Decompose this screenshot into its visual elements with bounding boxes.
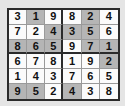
cell-r3c5[interactable]: 7 xyxy=(82,40,100,55)
cell-r6c3[interactable]: 2 xyxy=(45,84,63,99)
sudoku-screen: 319824724356865971678192143765952438 xyxy=(0,0,125,106)
cell-r5c4[interactable]: 7 xyxy=(63,69,81,84)
cell-r5c1[interactable]: 1 xyxy=(9,69,27,84)
cell-r4c6[interactable]: 2 xyxy=(100,54,118,69)
cell-r6c5[interactable]: 3 xyxy=(82,84,100,99)
cell-r1c4[interactable]: 8 xyxy=(63,10,81,25)
cell-r4c4[interactable]: 1 xyxy=(63,54,81,69)
cell-r2c3[interactable]: 4 xyxy=(45,25,63,40)
cell-r6c1[interactable]: 9 xyxy=(9,84,27,99)
cell-r1c3[interactable]: 9 xyxy=(45,10,63,25)
cell-r5c3[interactable]: 3 xyxy=(45,69,63,84)
cell-r3c4[interactable]: 9 xyxy=(63,40,81,55)
cell-r1c5[interactable]: 2 xyxy=(82,10,100,25)
cell-r4c2[interactable]: 7 xyxy=(27,54,45,69)
cell-r2c1[interactable]: 7 xyxy=(9,25,27,40)
cell-r6c6[interactable]: 8 xyxy=(100,84,118,99)
cell-r1c2[interactable]: 1 xyxy=(27,10,45,25)
cell-r3c1[interactable]: 8 xyxy=(9,40,27,55)
cell-r4c3[interactable]: 8 xyxy=(45,54,63,69)
cell-r2c5[interactable]: 5 xyxy=(82,25,100,40)
sudoku-board: 319824724356865971678192143765952438 xyxy=(7,8,120,101)
cell-r2c4[interactable]: 3 xyxy=(63,25,81,40)
cell-r6c4[interactable]: 4 xyxy=(63,84,81,99)
cell-r5c6[interactable]: 5 xyxy=(100,69,118,84)
cell-r4c5[interactable]: 9 xyxy=(82,54,100,69)
cell-r1c1[interactable]: 3 xyxy=(9,10,27,25)
cell-r1c6[interactable]: 4 xyxy=(100,10,118,25)
cell-r3c2[interactable]: 6 xyxy=(27,40,45,55)
cell-r6c2[interactable]: 5 xyxy=(27,84,45,99)
cell-r4c1[interactable]: 6 xyxy=(9,54,27,69)
cell-r3c6[interactable]: 1 xyxy=(100,40,118,55)
cell-r2c6[interactable]: 6 xyxy=(100,25,118,40)
cell-r5c5[interactable]: 6 xyxy=(82,69,100,84)
cell-r2c2[interactable]: 2 xyxy=(27,25,45,40)
cell-r5c2[interactable]: 4 xyxy=(27,69,45,84)
cell-r3c3[interactable]: 5 xyxy=(45,40,63,55)
